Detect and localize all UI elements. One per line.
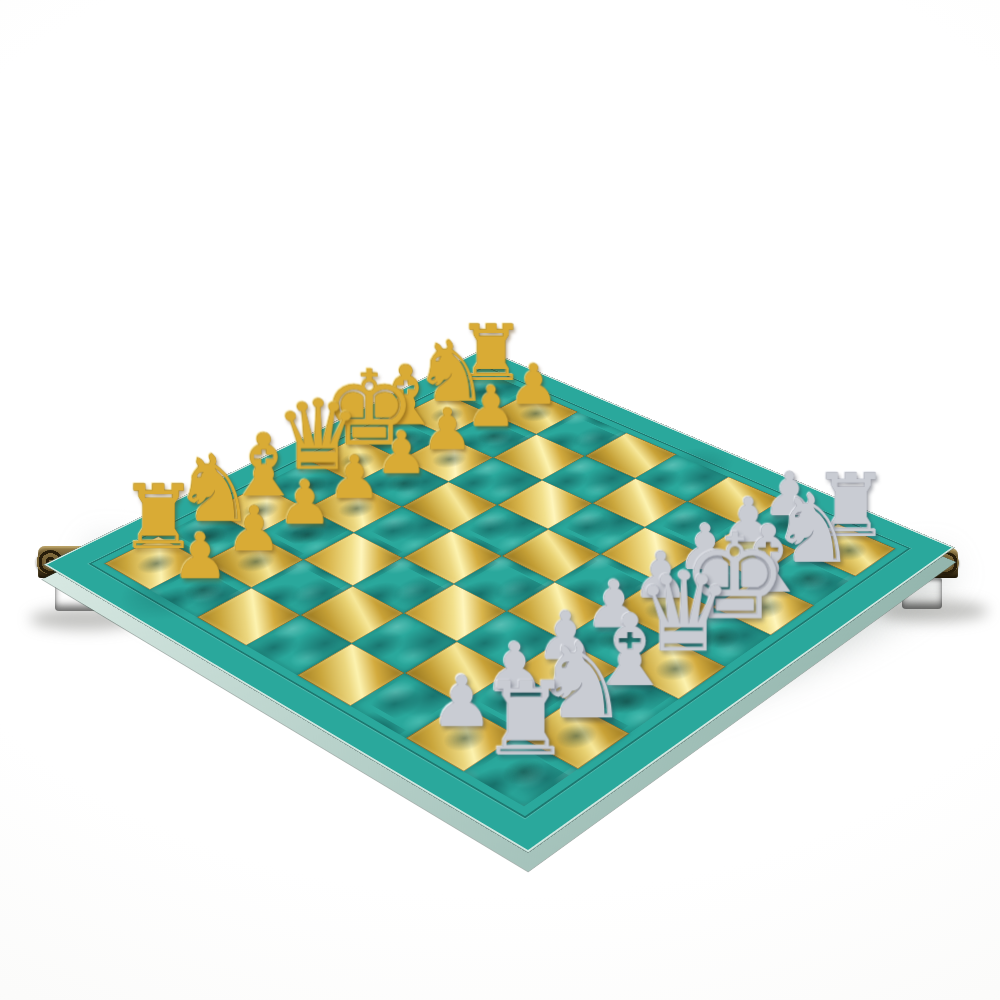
product-photo-stage: Luxury Greek-Roman themed metal chess se… xyxy=(0,0,1000,1000)
chess-board-top: ♜♞♝♛♚♝♞♜♟♟♟♟♟♟♟♟♟♟♟♟♟♟♟♟♜♞♝♛♚♝♞♜ xyxy=(47,350,951,850)
perspective-scene: ♜♞♝♛♚♝♞♜♟♟♟♟♟♟♟♟♟♟♟♟♟♟♟♟♜♞♝♛♚♝♞♜ xyxy=(0,0,1000,1000)
piece-gold-pawn-a7[interactable]: ♟ xyxy=(165,525,237,588)
square-g6[interactable] xyxy=(493,434,585,480)
piece-silver-rook-a1[interactable]: ♜ xyxy=(481,669,562,771)
piece-anchor-a1: ♜ xyxy=(464,736,578,807)
chess-board: ♜♞♝♛♚♝♞♜♟♟♟♟♟♟♟♟♟♟♟♟♟♟♟♟♜♞♝♛♚♝♞♜ xyxy=(47,350,951,850)
